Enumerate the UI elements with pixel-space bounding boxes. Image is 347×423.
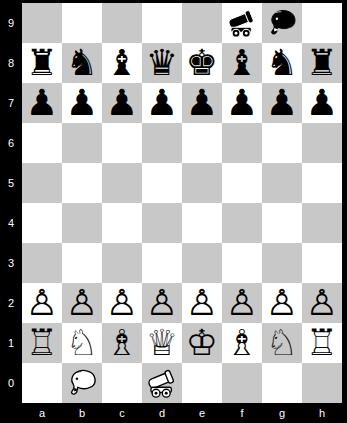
square-d1[interactable]: ♕: [142, 323, 182, 363]
square-b9[interactable]: [62, 3, 102, 43]
square-d7[interactable]: ♟: [142, 83, 182, 123]
file-label-h: h: [302, 403, 342, 423]
square-g6[interactable]: [262, 123, 302, 163]
white-king: ♔: [186, 323, 218, 363]
square-d2[interactable]: ♙: [142, 283, 182, 323]
white-elephant: [65, 366, 99, 400]
square-e2[interactable]: ♙: [182, 283, 222, 323]
white-pawn: ♙: [26, 283, 58, 323]
square-f7[interactable]: ♟: [222, 83, 262, 123]
black-pawn: ♟: [106, 83, 138, 123]
white-pawn: ♙: [226, 283, 258, 323]
square-h9[interactable]: [302, 3, 342, 43]
square-b6[interactable]: [62, 123, 102, 163]
rank-label-0: 0: [0, 363, 22, 403]
black-pawn: ♟: [26, 83, 58, 123]
square-d8[interactable]: ♛: [142, 43, 182, 83]
square-g5[interactable]: [262, 163, 302, 203]
black-knight: ♞: [66, 43, 98, 83]
black-rook: ♜: [306, 43, 338, 83]
file-label-f: f: [222, 403, 262, 423]
black-queen: ♛: [146, 43, 178, 83]
square-a4[interactable]: [22, 203, 62, 243]
file-label-c: c: [102, 403, 142, 423]
square-e4[interactable]: [182, 203, 222, 243]
file-label-b: b: [62, 403, 102, 423]
square-a1[interactable]: ♖: [22, 323, 62, 363]
square-e6[interactable]: [182, 123, 222, 163]
rank-label-8: 8: [0, 43, 22, 83]
square-e3[interactable]: [182, 243, 222, 283]
square-b5[interactable]: [62, 163, 102, 203]
rank-label-1: 1: [0, 323, 22, 363]
white-pawn: ♙: [146, 283, 178, 323]
square-f9[interactable]: [222, 3, 262, 43]
square-a0[interactable]: [22, 363, 62, 403]
rank-label-3: 3: [0, 243, 22, 283]
square-g0[interactable]: [262, 363, 302, 403]
square-b8[interactable]: ♞: [62, 43, 102, 83]
white-knight: ♘: [266, 323, 298, 363]
square-e0[interactable]: [182, 363, 222, 403]
square-d6[interactable]: [142, 123, 182, 163]
square-c6[interactable]: [102, 123, 142, 163]
rank-label-7: 7: [0, 83, 22, 123]
white-cannon: [145, 366, 179, 400]
square-d3[interactable]: [142, 243, 182, 283]
square-c7[interactable]: ♟: [102, 83, 142, 123]
square-e8[interactable]: ♚: [182, 43, 222, 83]
square-g7[interactable]: ♟: [262, 83, 302, 123]
square-a8[interactable]: ♜: [22, 43, 62, 83]
file-labels: abcdefgh: [22, 403, 342, 423]
white-bishop: ♗: [106, 323, 138, 363]
square-h4[interactable]: [302, 203, 342, 243]
rank-label-4: 4: [0, 203, 22, 243]
square-f4[interactable]: [222, 203, 262, 243]
white-pawn: ♙: [306, 283, 338, 323]
square-h3[interactable]: [302, 243, 342, 283]
square-a6[interactable]: [22, 123, 62, 163]
square-h1[interactable]: ♖: [302, 323, 342, 363]
square-c8[interactable]: ♝: [102, 43, 142, 83]
square-g8[interactable]: ♞: [262, 43, 302, 83]
square-e1[interactable]: ♔: [182, 323, 222, 363]
file-label-d: d: [142, 403, 182, 423]
square-g4[interactable]: [262, 203, 302, 243]
square-g3[interactable]: [262, 243, 302, 283]
black-king: ♚: [186, 43, 218, 83]
rank-label-5: 5: [0, 163, 22, 203]
square-h7[interactable]: ♟: [302, 83, 342, 123]
square-e5[interactable]: [182, 163, 222, 203]
square-h6[interactable]: [302, 123, 342, 163]
square-a3[interactable]: [22, 243, 62, 283]
rank-label-2: 2: [0, 283, 22, 323]
square-a5[interactable]: [22, 163, 62, 203]
square-f6[interactable]: [222, 123, 262, 163]
white-rook: ♖: [306, 323, 338, 363]
black-elephant: [265, 6, 299, 40]
square-c9[interactable]: [102, 3, 142, 43]
square-e7[interactable]: ♟: [182, 83, 222, 123]
rank-label-6: 6: [0, 123, 22, 163]
square-b0[interactable]: [62, 363, 102, 403]
square-g9[interactable]: [262, 3, 302, 43]
square-c4[interactable]: [102, 203, 142, 243]
white-pawn: ♙: [266, 283, 298, 323]
square-a7[interactable]: ♟: [22, 83, 62, 123]
square-h5[interactable]: [302, 163, 342, 203]
square-f3[interactable]: [222, 243, 262, 283]
black-pawn: ♟: [66, 83, 98, 123]
file-label-g: g: [262, 403, 302, 423]
white-pawn: ♙: [186, 283, 218, 323]
file-label-e: e: [182, 403, 222, 423]
black-rook: ♜: [26, 43, 58, 83]
square-f8[interactable]: ♝: [222, 43, 262, 83]
white-pawn: ♙: [66, 283, 98, 323]
black-pawn: ♟: [186, 83, 218, 123]
white-knight: ♘: [66, 323, 98, 363]
white-queen: ♕: [146, 323, 178, 363]
square-h2[interactable]: ♙: [302, 283, 342, 323]
square-f5[interactable]: [222, 163, 262, 203]
square-b7[interactable]: ♟: [62, 83, 102, 123]
square-c0[interactable]: [102, 363, 142, 403]
square-a2[interactable]: ♙: [22, 283, 62, 323]
square-b1[interactable]: ♘: [62, 323, 102, 363]
square-a9[interactable]: [22, 3, 62, 43]
black-pawn: ♟: [146, 83, 178, 123]
black-pawn: ♟: [306, 83, 338, 123]
black-pawn: ♟: [266, 83, 298, 123]
file-label-a: a: [22, 403, 62, 423]
board: ♜♞♝♛♚♝♞♜♟♟♟♟♟♟♟♟♙♙♙♙♙♙♙♙♖♘♗♕♔♗♘♖: [22, 3, 342, 403]
white-pawn: ♙: [106, 283, 138, 323]
rank-labels: 9876543210: [0, 3, 22, 403]
square-b3[interactable]: [62, 243, 102, 283]
square-b4[interactable]: [62, 203, 102, 243]
square-c2[interactable]: ♙: [102, 283, 142, 323]
black-bishop: ♝: [106, 43, 138, 83]
rank-label-9: 9: [0, 3, 22, 43]
black-knight: ♞: [266, 43, 298, 83]
square-c5[interactable]: [102, 163, 142, 203]
white-rook: ♖: [26, 323, 58, 363]
board-frame: 9876543210 ♜♞♝♛♚♝♞♜♟♟♟♟♟♟♟♟♙♙♙♙♙♙♙♙♖♘♗♕♔…: [0, 0, 347, 423]
square-d5[interactable]: [142, 163, 182, 203]
square-d4[interactable]: [142, 203, 182, 243]
square-d0[interactable]: [142, 363, 182, 403]
square-f0[interactable]: [222, 363, 262, 403]
square-h0[interactable]: [302, 363, 342, 403]
square-f1[interactable]: ♗: [222, 323, 262, 363]
square-f2[interactable]: ♙: [222, 283, 262, 323]
square-c1[interactable]: ♗: [102, 323, 142, 363]
white-bishop: ♗: [226, 323, 258, 363]
square-d9[interactable]: [142, 3, 182, 43]
square-b2[interactable]: ♙: [62, 283, 102, 323]
black-bishop: ♝: [226, 43, 258, 83]
black-pawn: ♟: [226, 83, 258, 123]
square-e9[interactable]: [182, 3, 222, 43]
square-c3[interactable]: [102, 243, 142, 283]
square-g2[interactable]: ♙: [262, 283, 302, 323]
square-g1[interactable]: ♘: [262, 323, 302, 363]
black-cannon: [225, 6, 259, 40]
square-h8[interactable]: ♜: [302, 43, 342, 83]
